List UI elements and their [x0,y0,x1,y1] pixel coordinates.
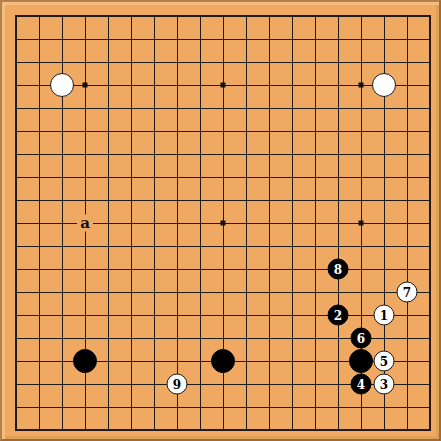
go-board: a123456789 [0,0,441,441]
grid-line-horizontal [15,269,431,270]
stone-black-move-6: 6 [351,328,372,349]
stone-black-move-4: 4 [351,374,372,395]
stone-white-move-1: 1 [374,305,395,326]
grid-line-horizontal [15,315,431,316]
grid-line-vertical [429,15,431,431]
stone-white-move-5: 5 [374,351,395,372]
move-number: 8 [334,263,342,275]
star-point [359,83,364,88]
move-number: 3 [380,378,388,390]
move-number: 5 [380,355,388,367]
stone-white-r16 [372,73,396,97]
move-number: 2 [334,309,342,321]
grid-line-vertical [315,15,316,431]
move-number: 6 [357,332,365,344]
stone-white-c16 [50,73,74,97]
stone-white-move-3: 3 [374,374,395,395]
grid-line-horizontal [15,292,431,293]
move-number: 7 [403,286,411,298]
grid-line-vertical [407,15,408,431]
grid-line-horizontal [15,246,431,247]
star-point [359,221,364,226]
move-number: 1 [380,309,388,321]
stone-black-move-2: 2 [328,305,349,326]
star-point [221,83,226,88]
stone-white-move-9: 9 [167,374,188,395]
grid-line-vertical [246,15,247,431]
stone-black-k4 [211,349,235,373]
stone-black-d4 [73,349,97,373]
grid-line-horizontal [15,429,431,431]
stone-black-move-8: 8 [328,259,349,280]
grid-line-horizontal [15,407,431,408]
grid-line-vertical [338,15,339,431]
move-number: 9 [173,378,181,390]
star-point [83,83,88,88]
grid-line-vertical [269,15,270,431]
stone-black-q4 [349,349,373,373]
board-label-a: a [77,215,93,232]
grid-line-vertical [292,15,293,431]
stone-white-move-7: 7 [397,282,418,303]
star-point [221,221,226,226]
move-number: 4 [357,378,365,390]
